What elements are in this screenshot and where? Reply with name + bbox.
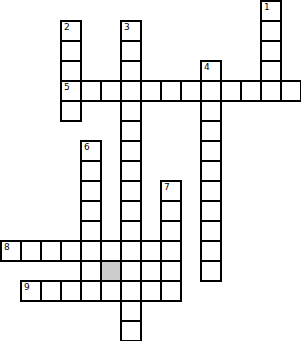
crossword-cell[interactable] — [180, 80, 202, 102]
crossword-cell[interactable]: 9 — [20, 280, 42, 302]
crossword-cell[interactable] — [140, 280, 162, 302]
crossword-cell[interactable] — [160, 240, 182, 262]
crossword-cell[interactable] — [80, 80, 102, 102]
crossword-cell[interactable]: 4 — [200, 60, 222, 82]
crossword-cell[interactable] — [200, 220, 222, 242]
crossword-cell[interactable]: 1 — [260, 0, 282, 22]
crossword-cell[interactable] — [200, 200, 222, 222]
crossword-cell[interactable] — [200, 260, 222, 282]
crossword-cell[interactable] — [160, 280, 182, 302]
crossword-cell[interactable] — [120, 300, 142, 322]
crossword-cell[interactable] — [120, 240, 142, 262]
crossword-cell[interactable] — [120, 220, 142, 242]
crossword-cell[interactable] — [100, 80, 122, 102]
crossword-cell[interactable]: 7 — [160, 180, 182, 202]
crossword-cell[interactable] — [200, 240, 222, 262]
crossword-cell[interactable] — [60, 40, 82, 62]
clue-number: 2 — [64, 23, 70, 32]
crossword-cell[interactable]: 2 — [60, 20, 82, 42]
crossword-cell[interactable] — [120, 280, 142, 302]
crossword-cell[interactable] — [200, 160, 222, 182]
crossword-cell[interactable] — [220, 80, 242, 102]
crossword-cell[interactable] — [120, 60, 142, 82]
crossword-cell[interactable] — [40, 240, 62, 262]
shaded-cell[interactable] — [100, 260, 122, 282]
crossword-cell[interactable] — [120, 180, 142, 202]
crossword-cell[interactable] — [200, 180, 222, 202]
crossword-cell[interactable] — [80, 260, 102, 282]
crossword-cell[interactable] — [80, 280, 102, 302]
crossword-cell[interactable] — [80, 220, 102, 242]
crossword-cell[interactable] — [20, 240, 42, 262]
crossword-cell[interactable] — [200, 140, 222, 162]
crossword-cell[interactable] — [120, 160, 142, 182]
crossword-cell[interactable] — [200, 100, 222, 122]
crossword-cell[interactable] — [120, 260, 142, 282]
crossword-cell[interactable]: 6 — [80, 140, 102, 162]
crossword-cell[interactable] — [260, 40, 282, 62]
crossword-cell[interactable] — [200, 80, 222, 102]
crossword-cell[interactable] — [60, 100, 82, 122]
crossword-cell[interactable] — [260, 20, 282, 42]
crossword-cell[interactable]: 3 — [120, 20, 142, 42]
crossword-cell[interactable] — [60, 60, 82, 82]
crossword-cell[interactable] — [40, 280, 62, 302]
clue-number: 7 — [164, 183, 170, 192]
crossword-cell[interactable] — [240, 80, 262, 102]
crossword-cell[interactable] — [120, 40, 142, 62]
crossword-cell[interactable] — [60, 280, 82, 302]
crossword-cell[interactable]: 5 — [60, 80, 82, 102]
clue-number: 8 — [4, 243, 10, 252]
crossword-cell[interactable] — [80, 200, 102, 222]
clue-number: 9 — [24, 283, 30, 292]
crossword-grid: 123456789 — [0, 0, 301, 341]
crossword-cell[interactable] — [140, 80, 162, 102]
crossword-cell[interactable] — [80, 240, 102, 262]
crossword-cell[interactable] — [280, 80, 301, 102]
crossword-cell[interactable] — [80, 160, 102, 182]
crossword-cell[interactable] — [100, 280, 122, 302]
crossword-cell[interactable] — [160, 220, 182, 242]
crossword-cell[interactable] — [100, 240, 122, 262]
clue-number: 5 — [64, 83, 70, 92]
crossword-cell[interactable] — [120, 200, 142, 222]
clue-number: 3 — [124, 23, 130, 32]
crossword-cell[interactable] — [120, 80, 142, 102]
clue-number: 6 — [84, 143, 90, 152]
crossword-cell[interactable] — [200, 120, 222, 142]
crossword-cell[interactable] — [160, 200, 182, 222]
crossword-cell[interactable] — [260, 60, 282, 82]
crossword-cell[interactable] — [120, 320, 142, 341]
crossword-cell[interactable] — [160, 260, 182, 282]
crossword-cell[interactable] — [260, 80, 282, 102]
crossword-cell[interactable] — [120, 140, 142, 162]
crossword-cell[interactable] — [120, 120, 142, 142]
clue-number: 4 — [204, 63, 210, 72]
clue-number: 1 — [264, 3, 270, 12]
crossword-cell[interactable] — [160, 80, 182, 102]
crossword-cell[interactable] — [80, 180, 102, 202]
crossword-cell[interactable] — [60, 240, 82, 262]
crossword-cell[interactable] — [120, 100, 142, 122]
crossword-cell[interactable]: 8 — [0, 240, 22, 262]
crossword-cell[interactable] — [140, 240, 162, 262]
